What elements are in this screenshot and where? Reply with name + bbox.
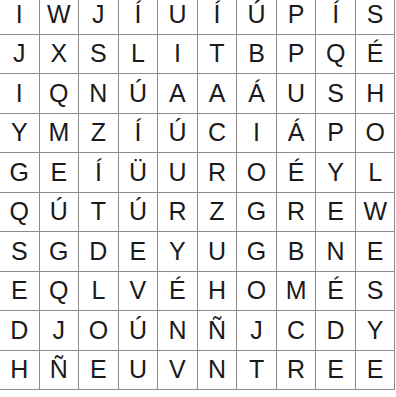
grid-cell[interactable]: R — [277, 193, 317, 233]
grid-cell[interactable]: Ú — [119, 74, 159, 114]
grid-cell[interactable]: U — [277, 74, 317, 114]
grid-cell[interactable]: U — [158, 153, 198, 193]
grid-cell[interactable]: Ñ — [198, 311, 238, 351]
grid-cell[interactable]: E — [119, 232, 159, 272]
grid-cell[interactable]: E — [79, 351, 119, 391]
grid-cell[interactable]: N — [316, 232, 356, 272]
grid-cell[interactable]: J — [0, 35, 40, 75]
grid-cell[interactable]: S — [356, 272, 396, 312]
grid-cell[interactable]: U — [158, 0, 198, 35]
grid-cell[interactable]: B — [277, 232, 317, 272]
grid-cell[interactable]: T — [237, 351, 277, 391]
grid-cell[interactable]: P — [277, 0, 317, 35]
grid-cell[interactable]: H — [198, 272, 238, 312]
grid-cell[interactable]: S — [0, 232, 40, 272]
grid-cell[interactable]: R — [198, 153, 238, 193]
grid-cell[interactable]: É — [277, 153, 317, 193]
grid-cell[interactable]: H — [0, 351, 40, 391]
grid-cell[interactable]: O — [79, 311, 119, 351]
grid-cell[interactable]: É — [316, 272, 356, 312]
grid-cell[interactable]: E — [40, 153, 80, 193]
grid-cell[interactable]: Y — [316, 153, 356, 193]
grid-cell[interactable]: U — [198, 232, 238, 272]
grid-cell[interactable]: O — [237, 272, 277, 312]
grid-cell[interactable]: O — [356, 114, 396, 154]
grid-cell[interactable]: Q — [40, 272, 80, 312]
grid-cell[interactable]: Y — [356, 311, 396, 351]
grid-cell[interactable]: L — [356, 153, 396, 193]
grid-cell[interactable]: W — [40, 0, 80, 35]
grid-cell[interactable]: Í — [198, 0, 238, 35]
grid-cell[interactable]: O — [237, 153, 277, 193]
grid-cell[interactable]: P — [277, 35, 317, 75]
grid-cell[interactable]: C — [198, 114, 238, 154]
grid-cell[interactable]: H — [356, 74, 396, 114]
grid-cell[interactable]: S — [79, 35, 119, 75]
grid-cell[interactable]: Y — [158, 232, 198, 272]
grid-cell[interactable]: G — [237, 193, 277, 233]
grid-cell[interactable]: Á — [237, 74, 277, 114]
grid-cell[interactable]: E — [316, 193, 356, 233]
grid-cell[interactable]: E — [0, 272, 40, 312]
grid-cell[interactable]: J — [79, 0, 119, 35]
grid-cell[interactable]: S — [356, 0, 396, 35]
grid-cell[interactable]: E — [316, 351, 356, 391]
grid-cell[interactable]: Q — [40, 74, 80, 114]
grid-cell[interactable]: S — [316, 74, 356, 114]
grid-cell[interactable]: L — [79, 272, 119, 312]
grid-cell[interactable]: A — [158, 74, 198, 114]
grid-cell[interactable]: B — [237, 35, 277, 75]
grid-cell[interactable]: I — [0, 74, 40, 114]
grid-cell[interactable]: P — [316, 114, 356, 154]
grid-cell[interactable]: Í — [119, 114, 159, 154]
grid-cell[interactable]: Q — [316, 35, 356, 75]
grid-cell[interactable]: Ú — [237, 0, 277, 35]
grid-cell[interactable]: Í — [316, 0, 356, 35]
grid-cell[interactable]: I — [237, 114, 277, 154]
grid-cell[interactable]: N — [79, 74, 119, 114]
grid-cell[interactable]: Y — [0, 114, 40, 154]
grid-cell[interactable]: Z — [198, 193, 238, 233]
grid-cell[interactable]: J — [40, 311, 80, 351]
grid-cell[interactable]: Í — [119, 0, 159, 35]
grid-cell[interactable]: G — [40, 232, 80, 272]
grid-cell[interactable]: Í — [79, 153, 119, 193]
grid-cell[interactable]: R — [277, 351, 317, 391]
grid-cell[interactable]: Z — [79, 114, 119, 154]
grid-cell[interactable]: R — [158, 193, 198, 233]
grid-cell[interactable]: Q — [0, 193, 40, 233]
grid-cell[interactable]: T — [79, 193, 119, 233]
grid-cell[interactable]: G — [237, 232, 277, 272]
grid-cell[interactable]: V — [158, 351, 198, 391]
grid-cell[interactable]: M — [40, 114, 80, 154]
grid-cell[interactable]: T — [198, 35, 238, 75]
grid-cell[interactable]: I — [158, 35, 198, 75]
grid-cell[interactable]: V — [119, 272, 159, 312]
grid-cell[interactable]: D — [0, 311, 40, 351]
grid-cell[interactable]: X — [40, 35, 80, 75]
grid-cell[interactable]: N — [158, 311, 198, 351]
grid-cell[interactable]: U — [119, 351, 159, 391]
grid-cell[interactable]: Ú — [158, 114, 198, 154]
grid-cell[interactable]: Ú — [40, 193, 80, 233]
grid-cell[interactable]: E — [356, 232, 396, 272]
grid-cell[interactable]: Á — [277, 114, 317, 154]
grid-cell[interactable]: Ñ — [40, 351, 80, 391]
grid-cell[interactable]: C — [277, 311, 317, 351]
grid-cell[interactable]: D — [316, 311, 356, 351]
word-search-board: IWJÍUÍÚPÍSJXSLITBPQÉIQNÚAAÁUSHYMZÍÚCIÁPO… — [0, 0, 395, 390]
grid-cell[interactable]: N — [198, 351, 238, 391]
grid-cell[interactable]: M — [277, 272, 317, 312]
grid-cell[interactable]: I — [0, 0, 40, 35]
grid-cell[interactable]: A — [198, 74, 238, 114]
grid-cell[interactable]: Ú — [119, 311, 159, 351]
grid-cell[interactable]: W — [356, 193, 396, 233]
grid-cell[interactable]: J — [237, 311, 277, 351]
grid-cell[interactable]: Ü — [119, 153, 159, 193]
grid-cell[interactable]: Ú — [119, 193, 159, 233]
grid-cell[interactable]: D — [79, 232, 119, 272]
grid-cell[interactable]: É — [158, 272, 198, 312]
grid-cell[interactable]: É — [356, 35, 396, 75]
grid-cell[interactable]: L — [119, 35, 159, 75]
grid-cell[interactable]: G — [0, 153, 40, 193]
grid-cell[interactable]: E — [356, 351, 396, 391]
